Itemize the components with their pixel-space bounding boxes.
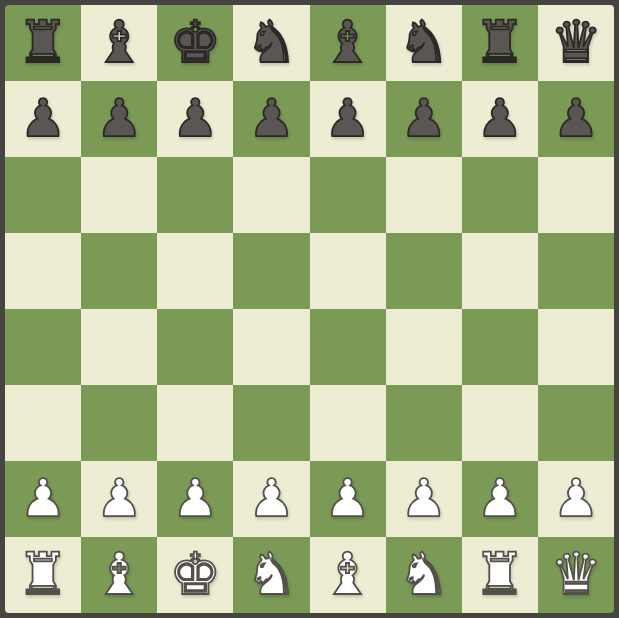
white-pawn[interactable]: ♟ [248,472,295,524]
square-b6[interactable] [81,157,157,233]
white-pawn[interactable]: ♟ [96,472,143,524]
square-d8[interactable]: ♞ [233,5,309,81]
square-f7[interactable]: ♟ [386,81,462,157]
square-a8[interactable]: ♜ [5,5,81,81]
black-knight[interactable]: ♞ [398,13,450,71]
square-d6[interactable] [233,157,309,233]
square-g7[interactable]: ♟ [462,81,538,157]
black-pawn[interactable]: ♟ [172,92,219,144]
square-b8[interactable]: ♝ [81,5,157,81]
square-e8[interactable]: ♝ [310,5,386,81]
black-pawn[interactable]: ♟ [553,92,600,144]
white-pawn[interactable]: ♟ [172,472,219,524]
square-f5[interactable] [386,233,462,309]
square-g2[interactable]: ♟ [462,461,538,537]
board-frame: ♜♝♚♞♝♞♜♛♟♟♟♟♟♟♟♟♟♟♟♟♟♟♟♟♜♝♚♞♝♞♜♛ [0,0,619,618]
white-knight[interactable]: ♞ [398,545,450,603]
square-b3[interactable] [81,385,157,461]
white-bishop[interactable]: ♝ [322,545,374,603]
white-pawn[interactable]: ♟ [477,472,524,524]
white-bishop[interactable]: ♝ [93,545,145,603]
square-e4[interactable] [310,309,386,385]
square-b2[interactable]: ♟ [81,461,157,537]
square-g5[interactable] [462,233,538,309]
square-f3[interactable] [386,385,462,461]
white-rook[interactable]: ♜ [474,545,526,603]
white-king[interactable]: ♚ [169,545,221,603]
black-pawn[interactable]: ♟ [248,92,295,144]
square-g3[interactable] [462,385,538,461]
black-pawn[interactable]: ♟ [400,92,447,144]
square-e7[interactable]: ♟ [310,81,386,157]
square-a1[interactable]: ♜ [5,537,81,613]
white-knight[interactable]: ♞ [245,545,297,603]
square-c4[interactable] [157,309,233,385]
black-bishop[interactable]: ♝ [93,13,145,71]
white-pawn[interactable]: ♟ [324,472,371,524]
black-pawn[interactable]: ♟ [477,92,524,144]
black-rook[interactable]: ♜ [474,13,526,71]
square-c7[interactable]: ♟ [157,81,233,157]
square-f1[interactable]: ♞ [386,537,462,613]
white-queen[interactable]: ♛ [550,545,602,603]
square-h2[interactable]: ♟ [538,461,614,537]
square-f4[interactable] [386,309,462,385]
square-c5[interactable] [157,233,233,309]
square-h7[interactable]: ♟ [538,81,614,157]
white-rook[interactable]: ♜ [17,545,69,603]
square-c3[interactable] [157,385,233,461]
square-f6[interactable] [386,157,462,233]
square-a2[interactable]: ♟ [5,461,81,537]
square-g8[interactable]: ♜ [462,5,538,81]
square-e2[interactable]: ♟ [310,461,386,537]
black-pawn[interactable]: ♟ [20,92,67,144]
square-h1[interactable]: ♛ [538,537,614,613]
square-g1[interactable]: ♜ [462,537,538,613]
square-c1[interactable]: ♚ [157,537,233,613]
black-bishop[interactable]: ♝ [322,13,374,71]
square-a7[interactable]: ♟ [5,81,81,157]
white-pawn[interactable]: ♟ [20,472,67,524]
square-h5[interactable] [538,233,614,309]
black-pawn[interactable]: ♟ [324,92,371,144]
square-a5[interactable] [5,233,81,309]
black-knight[interactable]: ♞ [245,13,297,71]
square-c6[interactable] [157,157,233,233]
square-b7[interactable]: ♟ [81,81,157,157]
square-e5[interactable] [310,233,386,309]
square-a4[interactable] [5,309,81,385]
black-pawn[interactable]: ♟ [96,92,143,144]
square-a3[interactable] [5,385,81,461]
square-c2[interactable]: ♟ [157,461,233,537]
square-e1[interactable]: ♝ [310,537,386,613]
square-b1[interactable]: ♝ [81,537,157,613]
square-d1[interactable]: ♞ [233,537,309,613]
square-g4[interactable] [462,309,538,385]
square-g6[interactable] [462,157,538,233]
square-d2[interactable]: ♟ [233,461,309,537]
square-e3[interactable] [310,385,386,461]
square-h3[interactable] [538,385,614,461]
white-pawn[interactable]: ♟ [400,472,447,524]
square-d3[interactable] [233,385,309,461]
square-h4[interactable] [538,309,614,385]
black-queen[interactable]: ♛ [550,13,602,71]
square-h8[interactable]: ♛ [538,5,614,81]
square-d4[interactable] [233,309,309,385]
square-c8[interactable]: ♚ [157,5,233,81]
chess-board: ♜♝♚♞♝♞♜♛♟♟♟♟♟♟♟♟♟♟♟♟♟♟♟♟♜♝♚♞♝♞♜♛ [5,5,614,613]
square-b5[interactable] [81,233,157,309]
square-d7[interactable]: ♟ [233,81,309,157]
square-f2[interactable]: ♟ [386,461,462,537]
square-e6[interactable] [310,157,386,233]
white-pawn[interactable]: ♟ [553,472,600,524]
square-f8[interactable]: ♞ [386,5,462,81]
square-d5[interactable] [233,233,309,309]
black-rook[interactable]: ♜ [17,13,69,71]
square-b4[interactable] [81,309,157,385]
black-king[interactable]: ♚ [169,13,221,71]
square-a6[interactable] [5,157,81,233]
square-h6[interactable] [538,157,614,233]
